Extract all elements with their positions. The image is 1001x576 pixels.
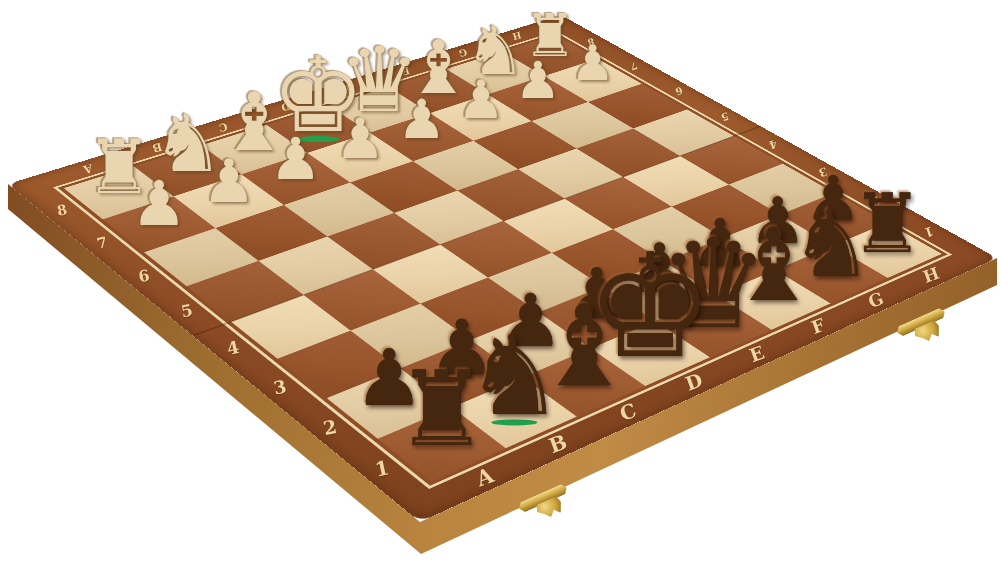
chessboard-product-photo: AABBCCDDEEFFGGHH1122334455667788 ♜♞♝♚♛♝♞… <box>0 0 1001 576</box>
playing-area <box>53 31 952 489</box>
squares-grid <box>64 35 942 482</box>
chess-board <box>8 15 997 522</box>
